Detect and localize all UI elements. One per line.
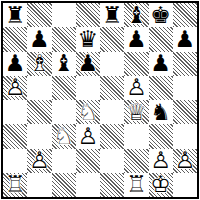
square-a5[interactable]: ♟♙ (3, 76, 27, 100)
square-h5[interactable] (173, 76, 197, 100)
square-c6[interactable]: ♝ (52, 52, 76, 76)
black-queen-piece: ♛ (76, 27, 100, 51)
black-pawn-piece: ♟ (173, 27, 197, 51)
white-bishop-piece-fill: ♝ (27, 52, 51, 76)
square-f8[interactable]: ♝ (124, 3, 148, 27)
white-knight-piece-fill: ♞ (52, 124, 76, 148)
black-pawn-piece: ♟ (27, 27, 51, 51)
square-b8[interactable] (27, 3, 51, 27)
white-pawn-piece: ♙ (27, 149, 51, 173)
square-e7[interactable] (100, 27, 124, 51)
square-f1[interactable]: ♜♖ (124, 173, 148, 197)
square-h2[interactable]: ♟♙ (173, 149, 197, 173)
square-b6[interactable]: ♝♗ (27, 52, 51, 76)
square-a4[interactable] (3, 100, 27, 124)
black-rook-piece: ♜ (100, 3, 124, 27)
square-g7[interactable] (149, 27, 173, 51)
black-pawn-piece: ♟ (3, 52, 27, 76)
square-d4[interactable]: ♞♘ (76, 100, 100, 124)
white-queen-piece: ♕ (124, 100, 148, 124)
black-king-piece: ♚ (149, 3, 173, 27)
square-e2[interactable] (100, 149, 124, 173)
white-rook-piece: ♖ (3, 173, 27, 197)
square-b5[interactable] (27, 76, 51, 100)
black-bishop-piece: ♝ (124, 3, 148, 27)
white-pawn-piece-fill: ♟ (149, 149, 173, 173)
white-pawn-piece: ♙ (124, 76, 148, 100)
white-pawn-piece: ♙ (149, 149, 173, 173)
square-g3[interactable] (149, 124, 173, 148)
square-a7[interactable] (3, 27, 27, 51)
white-knight-piece: ♘ (52, 124, 76, 148)
white-bishop-piece: ♗ (27, 52, 51, 76)
square-e6[interactable] (100, 52, 124, 76)
square-f4[interactable]: ♛♕ (124, 100, 148, 124)
black-bishop-piece: ♝ (52, 52, 76, 76)
white-rook-piece-fill: ♜ (124, 173, 148, 197)
square-c1[interactable] (52, 173, 76, 197)
square-h6[interactable] (173, 52, 197, 76)
square-b3[interactable] (27, 124, 51, 148)
white-pawn-piece-fill: ♟ (27, 149, 51, 173)
square-h3[interactable] (173, 124, 197, 148)
black-rook-piece: ♜ (3, 3, 27, 27)
square-f5[interactable]: ♟♙ (124, 76, 148, 100)
square-g1[interactable]: ♚♔ (149, 173, 173, 197)
square-h4[interactable] (173, 100, 197, 124)
square-e5[interactable] (100, 76, 124, 100)
square-b4[interactable] (27, 100, 51, 124)
square-d3[interactable]: ♟♙ (76, 124, 100, 148)
square-h8[interactable] (173, 3, 197, 27)
square-c7[interactable] (52, 27, 76, 51)
square-e4[interactable] (100, 100, 124, 124)
black-pawn-piece: ♟ (124, 27, 148, 51)
square-g8[interactable]: ♚ (149, 3, 173, 27)
square-d1[interactable] (76, 173, 100, 197)
white-pawn-piece-fill: ♟ (76, 124, 100, 148)
white-king-piece-fill: ♚ (149, 173, 173, 197)
white-knight-piece: ♘ (76, 100, 100, 124)
square-c3[interactable]: ♞♘ (52, 124, 76, 148)
white-pawn-piece-fill: ♟ (173, 149, 197, 173)
square-d2[interactable] (76, 149, 100, 173)
white-pawn-piece: ♙ (173, 149, 197, 173)
white-rook-piece-fill: ♜ (3, 173, 27, 197)
square-e3[interactable] (100, 124, 124, 148)
white-pawn-piece-fill: ♟ (3, 76, 27, 100)
square-h7[interactable]: ♟ (173, 27, 197, 51)
square-c5[interactable] (52, 76, 76, 100)
square-b7[interactable]: ♟ (27, 27, 51, 51)
square-c4[interactable] (52, 100, 76, 124)
square-a6[interactable]: ♟ (3, 52, 27, 76)
square-f3[interactable] (124, 124, 148, 148)
square-d5[interactable] (76, 76, 100, 100)
square-d8[interactable] (76, 3, 100, 27)
black-pawn-piece: ♟ (149, 52, 173, 76)
square-a2[interactable] (3, 149, 27, 173)
white-king-piece: ♔ (149, 173, 173, 197)
white-pawn-piece: ♙ (3, 76, 27, 100)
square-g4[interactable]: ♞ (149, 100, 173, 124)
square-f6[interactable] (124, 52, 148, 76)
square-b2[interactable]: ♟♙ (27, 149, 51, 173)
square-e1[interactable] (100, 173, 124, 197)
square-c8[interactable] (52, 3, 76, 27)
square-a8[interactable]: ♜ (3, 3, 27, 27)
square-a1[interactable]: ♜♖ (3, 173, 27, 197)
white-pawn-piece: ♙ (76, 124, 100, 148)
white-knight-piece-fill: ♞ (76, 100, 100, 124)
square-d7[interactable]: ♛ (76, 27, 100, 51)
square-d6[interactable]: ♟ (76, 52, 100, 76)
square-h1[interactable] (173, 173, 197, 197)
square-g6[interactable]: ♟ (149, 52, 173, 76)
black-pawn-piece: ♟ (76, 52, 100, 76)
square-c2[interactable] (52, 149, 76, 173)
white-rook-piece: ♖ (124, 173, 148, 197)
black-knight-piece: ♞ (149, 100, 173, 124)
square-f2[interactable] (124, 149, 148, 173)
chess-board-frame: ♜♜♝♚♟♛♟♟♟♝♗♝♟♟♟♙♟♙♞♘♛♕♞♞♘♟♙♟♙♟♙♟♙♜♖♜♖♚♔ (1, 1, 199, 199)
square-e8[interactable]: ♜ (100, 3, 124, 27)
square-g2[interactable]: ♟♙ (149, 149, 173, 173)
square-a3[interactable] (3, 124, 27, 148)
square-f7[interactable]: ♟ (124, 27, 148, 51)
white-queen-piece-fill: ♛ (124, 100, 148, 124)
square-g5[interactable] (149, 76, 173, 100)
chess-board: ♜♜♝♚♟♛♟♟♟♝♗♝♟♟♟♙♟♙♞♘♛♕♞♞♘♟♙♟♙♟♙♟♙♜♖♜♖♚♔ (3, 3, 197, 197)
square-b1[interactable] (27, 173, 51, 197)
white-pawn-piece-fill: ♟ (124, 76, 148, 100)
